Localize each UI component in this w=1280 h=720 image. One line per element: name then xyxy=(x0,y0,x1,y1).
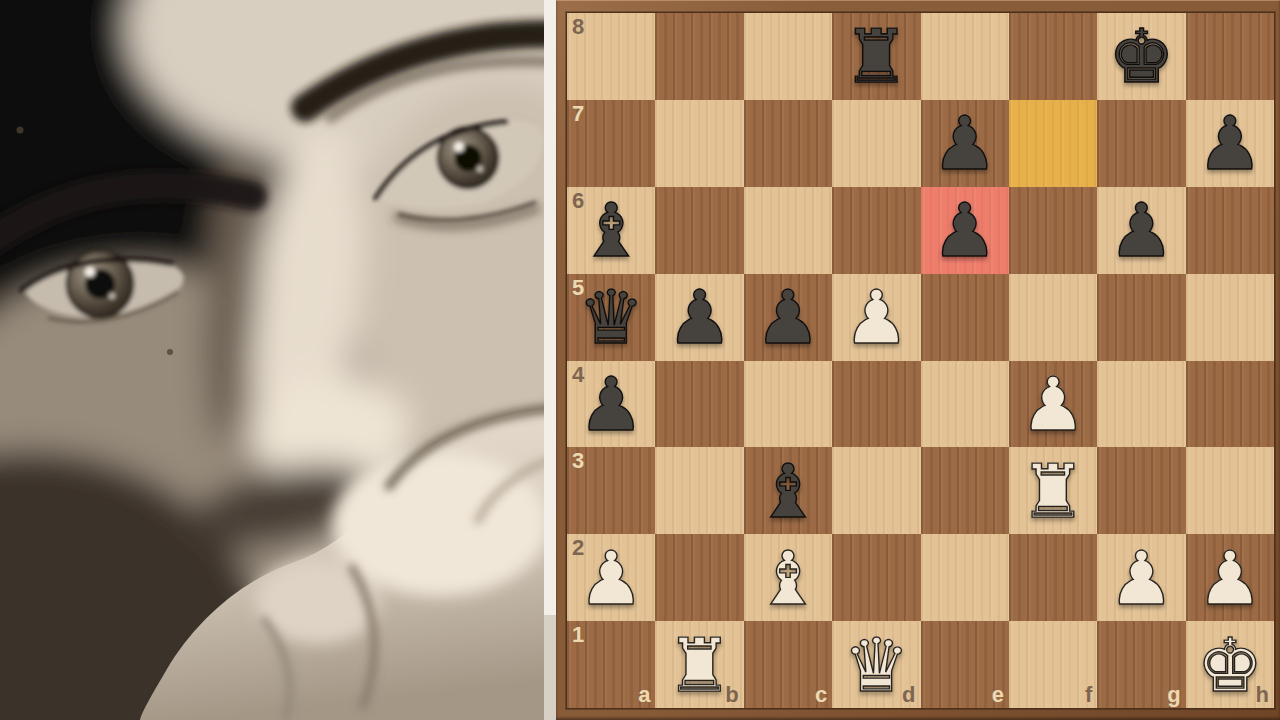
rank-label-3: 3 xyxy=(572,450,584,472)
square-h4[interactable] xyxy=(1186,361,1274,448)
square-e2[interactable] xyxy=(921,534,1009,621)
piece-white-queen-d1[interactable]: ♛ xyxy=(843,628,909,702)
square-e4[interactable] xyxy=(921,361,1009,448)
square-d6[interactable] xyxy=(832,187,920,274)
square-a8[interactable]: 8 xyxy=(567,13,655,100)
square-h5[interactable] xyxy=(1186,274,1274,361)
square-g1[interactable]: g xyxy=(1097,621,1185,708)
file-label-g: g xyxy=(1167,684,1180,706)
piece-black-queen-a5[interactable]: ♛ xyxy=(578,280,644,354)
square-f3[interactable]: ♜ xyxy=(1009,447,1097,534)
piece-black-bishop-c3[interactable]: ♝ xyxy=(755,454,821,528)
square-a7[interactable]: 7 xyxy=(567,100,655,187)
square-h6[interactable] xyxy=(1186,187,1274,274)
square-g4[interactable] xyxy=(1097,361,1185,448)
square-b6[interactable] xyxy=(655,187,743,274)
piece-black-pawn-c5[interactable]: ♟ xyxy=(755,280,821,354)
square-g2[interactable]: ♟ xyxy=(1097,534,1185,621)
square-b8[interactable] xyxy=(655,13,743,100)
square-d7[interactable] xyxy=(832,100,920,187)
piece-white-pawn-d5[interactable]: ♟ xyxy=(843,280,909,354)
file-label-c: c xyxy=(815,684,827,706)
video-frame: 8♜♚7♟♟6♝♟♟5♛♟♟♟4♟♟3♝♜2♟♝♟♟1ab♜cd♛efgh♚ xyxy=(0,0,1280,720)
piece-white-bishop-c2[interactable]: ♝ xyxy=(755,541,821,615)
piece-black-pawn-h7[interactable]: ♟ xyxy=(1197,106,1263,180)
square-f6[interactable] xyxy=(1009,187,1097,274)
square-g7[interactable] xyxy=(1097,100,1185,187)
piece-white-pawn-h2[interactable]: ♟ xyxy=(1197,541,1263,615)
file-label-e: e xyxy=(992,684,1004,706)
file-label-f: f xyxy=(1085,684,1092,706)
square-f4[interactable]: ♟ xyxy=(1009,361,1097,448)
square-h8[interactable] xyxy=(1186,13,1274,100)
square-b2[interactable] xyxy=(655,534,743,621)
square-f2[interactable] xyxy=(1009,534,1097,621)
square-e3[interactable] xyxy=(921,447,1009,534)
square-g8[interactable]: ♚ xyxy=(1097,13,1185,100)
square-g6[interactable]: ♟ xyxy=(1097,187,1185,274)
piece-white-rook-b1[interactable]: ♜ xyxy=(666,628,732,702)
square-a6[interactable]: 6♝ xyxy=(567,187,655,274)
square-f1[interactable]: f xyxy=(1009,621,1097,708)
chess-board: 8♜♚7♟♟6♝♟♟5♛♟♟♟4♟♟3♝♜2♟♝♟♟1ab♜cd♛efgh♚ xyxy=(566,12,1275,709)
square-a3[interactable]: 3 xyxy=(567,447,655,534)
piece-black-pawn-g6[interactable]: ♟ xyxy=(1108,193,1174,267)
piece-white-pawn-g2[interactable]: ♟ xyxy=(1108,541,1174,615)
square-d5[interactable]: ♟ xyxy=(832,274,920,361)
square-b5[interactable]: ♟ xyxy=(655,274,743,361)
piece-black-king-g8[interactable]: ♚ xyxy=(1108,19,1174,93)
square-h1[interactable]: h♚ xyxy=(1186,621,1274,708)
square-g5[interactable] xyxy=(1097,274,1185,361)
square-e8[interactable] xyxy=(921,13,1009,100)
piece-black-pawn-a4[interactable]: ♟ xyxy=(578,367,644,441)
rank-label-7: 7 xyxy=(572,103,584,125)
square-e7[interactable]: ♟ xyxy=(921,100,1009,187)
piece-black-bishop-a6[interactable]: ♝ xyxy=(578,193,644,267)
piece-black-pawn-e7[interactable]: ♟ xyxy=(932,106,998,180)
square-a1[interactable]: 1a xyxy=(567,621,655,708)
square-c2[interactable]: ♝ xyxy=(744,534,832,621)
piece-black-pawn-e6[interactable]: ♟ xyxy=(932,193,998,267)
square-f7[interactable] xyxy=(1009,100,1097,187)
square-c3[interactable]: ♝ xyxy=(744,447,832,534)
square-h2[interactable]: ♟ xyxy=(1186,534,1274,621)
square-c8[interactable] xyxy=(744,13,832,100)
square-a4[interactable]: 4♟ xyxy=(567,361,655,448)
square-b1[interactable]: b♜ xyxy=(655,621,743,708)
square-d2[interactable] xyxy=(832,534,920,621)
piece-white-pawn-f4[interactable]: ♟ xyxy=(1020,367,1086,441)
square-h7[interactable]: ♟ xyxy=(1186,100,1274,187)
square-g3[interactable] xyxy=(1097,447,1185,534)
square-a5[interactable]: 5♛ xyxy=(567,274,655,361)
piece-white-pawn-a2[interactable]: ♟ xyxy=(578,541,644,615)
square-f5[interactable] xyxy=(1009,274,1097,361)
piece-white-king-h1[interactable]: ♚ xyxy=(1197,628,1263,702)
square-d1[interactable]: d♛ xyxy=(832,621,920,708)
square-d3[interactable] xyxy=(832,447,920,534)
square-d4[interactable] xyxy=(832,361,920,448)
square-a2[interactable]: 2♟ xyxy=(567,534,655,621)
square-b3[interactable] xyxy=(655,447,743,534)
square-e6[interactable]: ♟ xyxy=(921,187,1009,274)
piece-black-rook-d8[interactable]: ♜ xyxy=(843,19,909,93)
square-c1[interactable]: c xyxy=(744,621,832,708)
chess-board-frame: 8♜♚7♟♟6♝♟♟5♛♟♟♟4♟♟3♝♜2♟♝♟♟1ab♜cd♛efgh♚ xyxy=(556,0,1280,720)
square-c4[interactable] xyxy=(744,361,832,448)
square-d8[interactable]: ♜ xyxy=(832,13,920,100)
portrait-photo-illustration xyxy=(0,0,556,720)
square-b7[interactable] xyxy=(655,100,743,187)
player-photo xyxy=(0,0,556,720)
square-e1[interactable]: e xyxy=(921,621,1009,708)
piece-white-rook-f3[interactable]: ♜ xyxy=(1020,454,1086,528)
piece-black-pawn-b5[interactable]: ♟ xyxy=(666,280,732,354)
square-c6[interactable] xyxy=(744,187,832,274)
square-c5[interactable]: ♟ xyxy=(744,274,832,361)
file-label-a: a xyxy=(638,684,650,706)
square-b4[interactable] xyxy=(655,361,743,448)
square-h3[interactable] xyxy=(1186,447,1274,534)
square-c7[interactable] xyxy=(744,100,832,187)
rank-label-1: 1 xyxy=(572,624,584,646)
square-e5[interactable] xyxy=(921,274,1009,361)
rank-label-8: 8 xyxy=(572,16,584,38)
square-f8[interactable] xyxy=(1009,13,1097,100)
